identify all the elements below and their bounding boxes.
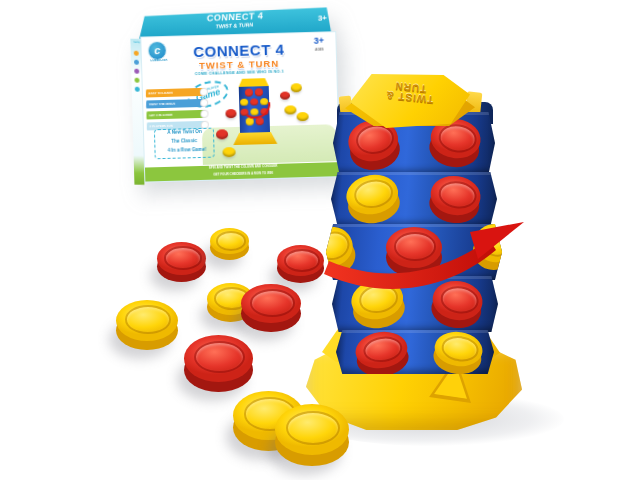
box-tower-base: [233, 132, 277, 145]
illustration-slot-red: [245, 89, 253, 97]
feature-ribbon-list: EASY TO LEARNTWIST THE RINGSGET 4 IN A R…: [146, 88, 207, 134]
illustration-slot-red: [255, 88, 263, 96]
illustration-disc-yellow: [291, 83, 302, 92]
box-front-panel: c CONNECTER 3+AGES CONNECT 4 TWIST & TUR…: [140, 31, 340, 182]
twist-arrow-icon: [318, 212, 530, 304]
product-photo-scene: CONNECT 4 TWIST & TURN 3+ Game c CONNECT…: [0, 0, 640, 480]
callout-line: A New Twist On: [167, 129, 201, 135]
side-dot-icon: [134, 78, 139, 83]
loose-disc-yellow: [116, 300, 178, 350]
side-dot-icon: [133, 51, 138, 56]
box-footer-strip: SPIN AND TWIST THE COLUMN AND CONQUER GE…: [145, 162, 340, 182]
loose-disc-red: [241, 284, 301, 332]
illustration-disc-red: [280, 91, 290, 99]
box-side-stamp: Game: [133, 41, 137, 44]
side-dot-icon: [133, 60, 138, 65]
feature-ribbon: GET 4 IN A ROW: [146, 110, 206, 120]
feature-ribbon: TWIST THE RINGS: [146, 99, 206, 109]
box-callout: A New Twist On The Classic 4 In a Row Ga…: [154, 128, 215, 160]
box-lid-age-badge: 3+: [318, 13, 327, 22]
side-dot-icon: [134, 87, 139, 92]
illustration-disc-yellow: [284, 105, 296, 114]
illustration-slot-yellow: [246, 118, 254, 126]
side-dot-icon: [134, 69, 139, 74]
illustration-disc-yellow: [296, 112, 308, 121]
callout-line: 4 In a Row Game!: [168, 147, 202, 153]
callout-line: The Classic: [167, 138, 201, 144]
box-tower-illustration: [235, 78, 277, 149]
tower-disc-yellow: [431, 330, 484, 374]
loose-disc-red: [277, 245, 324, 283]
loose-disc-red: [184, 335, 253, 392]
footer-line: GET FOUR CHECKERS IN A ROW TO WIN: [194, 170, 292, 176]
loose-disc-yellow: [275, 404, 349, 466]
ribbon-icon: [200, 110, 208, 118]
box-lid-text: CONNECT 4 TWIST & TURN: [136, 6, 333, 34]
tower-row-5: [336, 330, 494, 374]
loose-disc-yellow: [210, 228, 249, 260]
tower-disc-red: [353, 330, 411, 374]
product-box: CONNECT 4 TWIST & TURN 3+ Game c CONNECT…: [129, 7, 342, 185]
illustration-slot-red: [255, 117, 263, 125]
feature-ribbon: EASY TO LEARN: [146, 88, 206, 98]
loose-disc-red: [157, 242, 206, 282]
cap-embossed-text: TWIST &TURN: [349, 76, 470, 108]
